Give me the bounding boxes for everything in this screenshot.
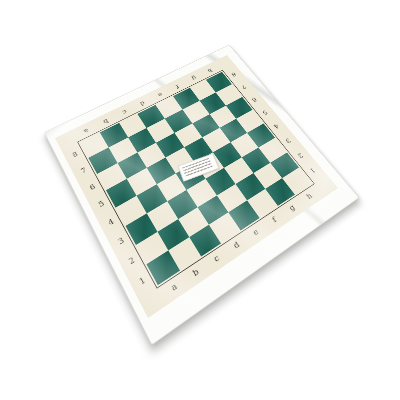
chess-board: 87654321 87654321 abcdefgh abcdefgh <box>55 55 338 318</box>
perspective-wrapper: 87654321 87654321 abcdefgh abcdefgh <box>55 55 338 318</box>
product-photo-scene: 87654321 87654321 abcdefgh abcdefgh <box>0 0 400 400</box>
